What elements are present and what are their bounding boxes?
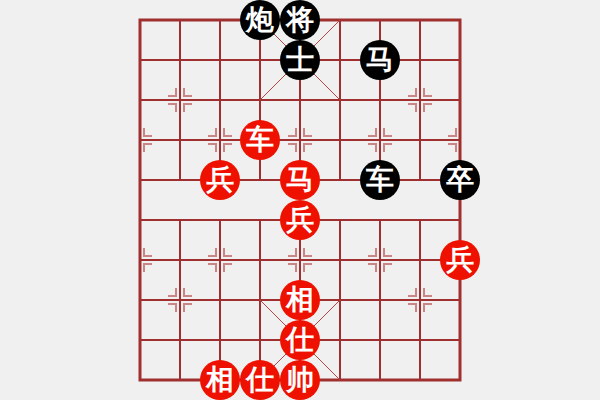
board-point-c8r5[interactable] [440,200,480,240]
board-point-c3r3[interactable]: 车 [240,120,280,160]
board-point-c1r8[interactable] [160,320,200,360]
piece-red-horse[interactable]: 马 [280,160,320,200]
board-point-c3r9[interactable]: 仕 [240,360,280,400]
board-point-c4r8[interactable]: 仕 [280,320,320,360]
board-point-c7r8[interactable] [400,320,440,360]
board-point-c7r3[interactable] [400,120,440,160]
board-point-c5r7[interactable] [320,280,360,320]
board-point-c1r1[interactable] [160,40,200,80]
board-point-c6r1[interactable]: 马 [360,40,400,80]
piece-red-elephant-1[interactable]: 相 [280,280,320,320]
board-point-c2r2[interactable] [200,80,240,120]
board-point-c1r5[interactable] [160,200,200,240]
piece-black-horse[interactable]: 马 [360,40,400,80]
board-point-c3r0[interactable]: 炮 [240,0,280,40]
piece-red-chariot[interactable]: 车 [240,120,280,160]
piece-red-advisor-2[interactable]: 仕 [240,360,280,400]
piece-red-soldier-3[interactable]: 兵 [440,240,480,280]
board-point-c5r8[interactable] [320,320,360,360]
board-point-c0r3[interactable] [120,120,160,160]
board-point-c6r6[interactable] [360,240,400,280]
board-point-c4r5[interactable]: 兵 [280,200,320,240]
board-point-c2r9[interactable]: 相 [200,360,240,400]
board-point-c0r6[interactable] [120,240,160,280]
board-points[interactable]: 炮将士马车兵马车卒兵兵相仕相仕帅 [120,0,480,400]
board-point-c7r2[interactable] [400,80,440,120]
board-point-c4r1[interactable]: 士 [280,40,320,80]
board-point-c4r9[interactable]: 帅 [280,360,320,400]
board-point-c8r6[interactable]: 兵 [440,240,480,280]
board-point-c2r7[interactable] [200,280,240,320]
board-point-c0r8[interactable] [120,320,160,360]
board-point-c0r1[interactable] [120,40,160,80]
board-point-c7r6[interactable] [400,240,440,280]
board-point-c7r5[interactable] [400,200,440,240]
board-point-c5r2[interactable] [320,80,360,120]
piece-black-chariot[interactable]: 车 [360,160,400,200]
board-point-c5r9[interactable] [320,360,360,400]
board-point-c6r3[interactable] [360,120,400,160]
board-point-c0r9[interactable] [120,360,160,400]
board-point-c4r4[interactable]: 马 [280,160,320,200]
piece-black-cannon[interactable]: 炮 [240,0,280,40]
piece-red-soldier-2[interactable]: 兵 [280,200,320,240]
piece-black-soldier[interactable]: 卒 [440,160,480,200]
board-point-c2r6[interactable] [200,240,240,280]
board-point-c7r9[interactable] [400,360,440,400]
board-point-c1r3[interactable] [160,120,200,160]
piece-red-soldier-1[interactable]: 兵 [200,160,240,200]
board-point-c2r1[interactable] [200,40,240,80]
board-point-c3r6[interactable] [240,240,280,280]
board-point-c5r0[interactable] [320,0,360,40]
board-point-c1r0[interactable] [160,0,200,40]
board-point-c1r6[interactable] [160,240,200,280]
board-point-c7r1[interactable] [400,40,440,80]
board-point-c1r7[interactable] [160,280,200,320]
board-point-c8r7[interactable] [440,280,480,320]
board-point-c8r2[interactable] [440,80,480,120]
board-point-c2r0[interactable] [200,0,240,40]
xiangqi-board: 炮将士马车兵马车卒兵兵相仕相仕帅 [0,0,600,400]
board-point-c2r5[interactable] [200,200,240,240]
board-point-c0r5[interactable] [120,200,160,240]
board-point-c5r6[interactable] [320,240,360,280]
board-point-c0r2[interactable] [120,80,160,120]
board-point-c4r7[interactable]: 相 [280,280,320,320]
board-point-c6r8[interactable] [360,320,400,360]
board-point-c3r7[interactable] [240,280,280,320]
piece-black-advisor[interactable]: 士 [280,40,320,80]
board-point-c1r4[interactable] [160,160,200,200]
piece-red-general[interactable]: 帅 [280,360,320,400]
board-point-c6r2[interactable] [360,80,400,120]
board-point-c7r4[interactable] [400,160,440,200]
board-point-c5r1[interactable] [320,40,360,80]
board-point-c4r6[interactable] [280,240,320,280]
board-point-c4r2[interactable] [280,80,320,120]
piece-black-general[interactable]: 将 [280,0,320,40]
board-point-c5r3[interactable] [320,120,360,160]
board-point-c0r7[interactable] [120,280,160,320]
board-point-c3r4[interactable] [240,160,280,200]
board-point-c6r5[interactable] [360,200,400,240]
board-point-c7r0[interactable] [400,0,440,40]
board-point-c5r5[interactable] [320,200,360,240]
board-point-c1r9[interactable] [160,360,200,400]
board-point-c3r8[interactable] [240,320,280,360]
board-point-c0r0[interactable] [120,0,160,40]
board-point-c3r5[interactable] [240,200,280,240]
board-point-c2r4[interactable]: 兵 [200,160,240,200]
board-point-c6r9[interactable] [360,360,400,400]
board-point-c8r0[interactable] [440,0,480,40]
board-point-c2r8[interactable] [200,320,240,360]
board-point-c8r9[interactable] [440,360,480,400]
board-point-c8r4[interactable]: 卒 [440,160,480,200]
board-point-c8r8[interactable] [440,320,480,360]
board-point-c2r3[interactable] [200,120,240,160]
board-point-c4r3[interactable] [280,120,320,160]
board-point-c0r4[interactable] [120,160,160,200]
board-point-c4r0[interactable]: 将 [280,0,320,40]
board-point-c6r4[interactable]: 车 [360,160,400,200]
board-point-c6r7[interactable] [360,280,400,320]
board-point-c8r3[interactable] [440,120,480,160]
piece-red-advisor-1[interactable]: 仕 [280,320,320,360]
piece-red-elephant-2[interactable]: 相 [200,360,240,400]
board-point-c6r0[interactable] [360,0,400,40]
board-point-c1r2[interactable] [160,80,200,120]
board-point-c5r4[interactable] [320,160,360,200]
board-point-c3r1[interactable] [240,40,280,80]
board-point-c3r2[interactable] [240,80,280,120]
board-point-c8r1[interactable] [440,40,480,80]
board-point-c7r7[interactable] [400,280,440,320]
